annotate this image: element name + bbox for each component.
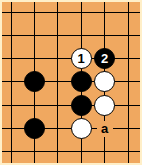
board-point (23, 94, 46, 117)
board-point (23, 117, 46, 140)
board-point (23, 2, 46, 24)
go-diagram: 12a (0, 0, 142, 165)
board-point (69, 94, 92, 117)
board-point (93, 140, 116, 163)
board-point (23, 70, 46, 93)
board-point (116, 70, 139, 93)
white-stone (94, 71, 115, 92)
board-point (116, 47, 139, 70)
board-point (46, 47, 69, 70)
white-stone-move-1: 1 (71, 48, 92, 69)
board-point (2, 70, 23, 93)
black-stone (71, 71, 92, 92)
diagram-frame: 12a (0, 0, 142, 165)
board-point (46, 70, 69, 93)
move-number-label: 2 (101, 52, 108, 65)
board-point: 1 (69, 47, 92, 70)
board-point: a (93, 117, 116, 140)
board-point (69, 140, 92, 163)
board-point (69, 2, 92, 24)
board-point (93, 24, 116, 47)
board-point (46, 140, 69, 163)
black-stone (24, 118, 45, 139)
board-point (93, 2, 116, 24)
board-point (23, 140, 46, 163)
board-point: 2 (93, 47, 116, 70)
board-point (2, 117, 23, 140)
go-board: 12a (2, 2, 140, 163)
board-point (2, 94, 23, 117)
white-stone (71, 118, 92, 139)
board-point (93, 94, 116, 117)
white-stone (94, 95, 115, 116)
board-point (2, 2, 23, 24)
board-grid: 12a (2, 2, 140, 163)
board-point (116, 24, 139, 47)
board-point (2, 24, 23, 47)
board-point (116, 140, 139, 163)
black-stone (24, 71, 45, 92)
board-point (116, 2, 139, 24)
board-point (46, 94, 69, 117)
board-point (116, 117, 139, 140)
board-point (2, 47, 23, 70)
board-point (23, 24, 46, 47)
board-point (69, 117, 92, 140)
move-number-label: 1 (78, 52, 85, 65)
board-point (46, 117, 69, 140)
board-point (46, 2, 69, 24)
black-stone (71, 95, 92, 116)
board-point (69, 70, 92, 93)
black-stone-move-2: 2 (94, 48, 115, 69)
point-label-a: a (97, 121, 113, 137)
board-point (69, 24, 92, 47)
board-point (93, 70, 116, 93)
board-point (46, 24, 69, 47)
board-point (23, 47, 46, 70)
board-point (116, 94, 139, 117)
board-point (2, 140, 23, 163)
